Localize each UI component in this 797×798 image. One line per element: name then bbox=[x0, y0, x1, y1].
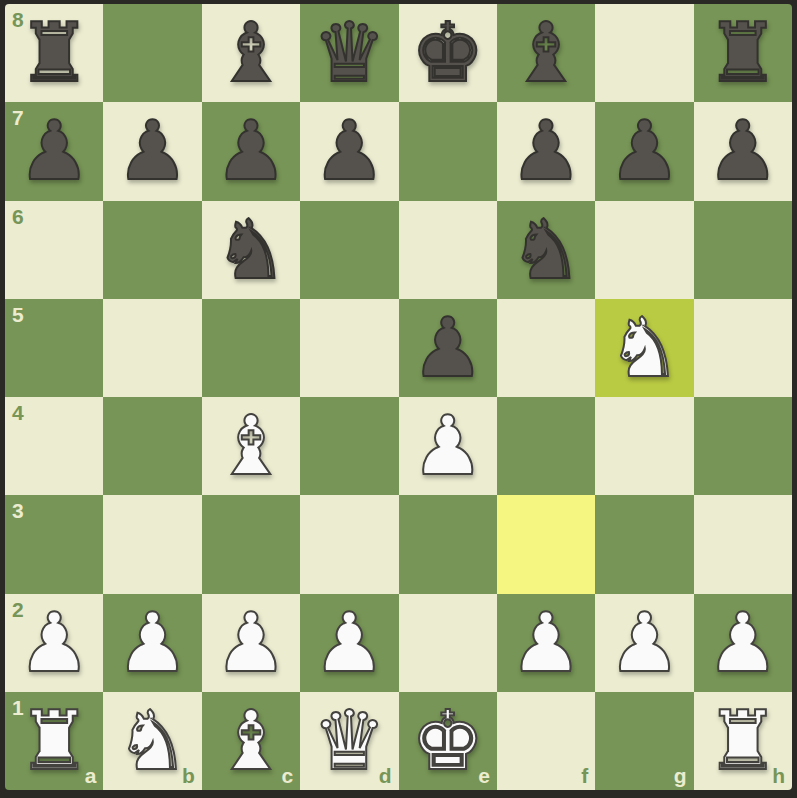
piece-black-pawn[interactable]: ♟ bbox=[313, 110, 387, 192]
square-f4[interactable] bbox=[497, 397, 595, 495]
piece-white-pawn[interactable]: ♟ bbox=[608, 602, 682, 684]
square-a2[interactable]: ♟2 bbox=[5, 594, 103, 692]
square-d3[interactable] bbox=[300, 495, 398, 593]
square-g4[interactable] bbox=[595, 397, 693, 495]
square-h3[interactable] bbox=[694, 495, 792, 593]
square-f6[interactable]: ♞ bbox=[497, 201, 595, 299]
piece-white-pawn[interactable]: ♟ bbox=[17, 602, 91, 684]
square-d7[interactable]: ♟ bbox=[300, 102, 398, 200]
square-d1[interactable]: ♛d bbox=[300, 692, 398, 790]
square-c1[interactable]: ♝c bbox=[202, 692, 300, 790]
file-label-g: g bbox=[674, 765, 687, 786]
piece-white-bishop[interactable]: ♝ bbox=[214, 405, 288, 487]
square-g8[interactable] bbox=[595, 4, 693, 102]
piece-white-rook[interactable]: ♜ bbox=[706, 700, 780, 782]
square-e1[interactable]: ♚e bbox=[399, 692, 497, 790]
square-e8[interactable]: ♚ bbox=[399, 4, 497, 102]
square-b1[interactable]: ♞b bbox=[103, 692, 201, 790]
square-c7[interactable]: ♟ bbox=[202, 102, 300, 200]
square-a1[interactable]: ♜1a bbox=[5, 692, 103, 790]
square-e3[interactable] bbox=[399, 495, 497, 593]
piece-white-pawn[interactable]: ♟ bbox=[116, 602, 190, 684]
square-h8[interactable]: ♜ bbox=[694, 4, 792, 102]
board: ♜8♝♛♚♝♜♟7♟♟♟♟♟♟6♞♞5♟♞4♝♟3♟2♟♟♟♟♟♟♜1a♞b♝c… bbox=[5, 4, 792, 790]
piece-white-pawn[interactable]: ♟ bbox=[411, 405, 485, 487]
piece-black-bishop[interactable]: ♝ bbox=[214, 12, 288, 94]
square-a3[interactable]: 3 bbox=[5, 495, 103, 593]
piece-white-knight[interactable]: ♞ bbox=[116, 700, 190, 782]
piece-black-pawn[interactable]: ♟ bbox=[608, 110, 682, 192]
square-b4[interactable] bbox=[103, 397, 201, 495]
piece-white-knight[interactable]: ♞ bbox=[608, 307, 682, 389]
square-e6[interactable] bbox=[399, 201, 497, 299]
square-c6[interactable]: ♞ bbox=[202, 201, 300, 299]
piece-black-king[interactable]: ♚ bbox=[411, 12, 485, 94]
square-b3[interactable] bbox=[103, 495, 201, 593]
piece-white-queen[interactable]: ♛ bbox=[313, 700, 387, 782]
piece-black-bishop[interactable]: ♝ bbox=[509, 12, 583, 94]
board-frame: ♜8♝♛♚♝♜♟7♟♟♟♟♟♟6♞♞5♟♞4♝♟3♟2♟♟♟♟♟♟♜1a♞b♝c… bbox=[0, 0, 797, 798]
square-g5[interactable]: ♞ bbox=[595, 299, 693, 397]
piece-black-rook[interactable]: ♜ bbox=[17, 12, 91, 94]
square-g3[interactable] bbox=[595, 495, 693, 593]
piece-white-rook[interactable]: ♜ bbox=[17, 700, 91, 782]
piece-black-pawn[interactable]: ♟ bbox=[706, 110, 780, 192]
square-h2[interactable]: ♟ bbox=[694, 594, 792, 692]
file-label-f: f bbox=[581, 765, 588, 786]
square-e2[interactable] bbox=[399, 594, 497, 692]
square-a8[interactable]: ♜8 bbox=[5, 4, 103, 102]
piece-black-pawn[interactable]: ♟ bbox=[509, 110, 583, 192]
square-c4[interactable]: ♝ bbox=[202, 397, 300, 495]
piece-black-pawn[interactable]: ♟ bbox=[214, 110, 288, 192]
square-f3[interactable] bbox=[497, 495, 595, 593]
square-e5[interactable]: ♟ bbox=[399, 299, 497, 397]
square-h5[interactable] bbox=[694, 299, 792, 397]
piece-black-pawn[interactable]: ♟ bbox=[17, 110, 91, 192]
piece-black-pawn[interactable]: ♟ bbox=[116, 110, 190, 192]
square-a6[interactable]: 6 bbox=[5, 201, 103, 299]
rank-label-3: 3 bbox=[12, 500, 24, 521]
piece-white-pawn[interactable]: ♟ bbox=[214, 602, 288, 684]
piece-black-queen[interactable]: ♛ bbox=[313, 12, 387, 94]
square-b8[interactable] bbox=[103, 4, 201, 102]
square-d5[interactable] bbox=[300, 299, 398, 397]
piece-black-rook[interactable]: ♜ bbox=[706, 12, 780, 94]
square-f7[interactable]: ♟ bbox=[497, 102, 595, 200]
square-b5[interactable] bbox=[103, 299, 201, 397]
square-g2[interactable]: ♟ bbox=[595, 594, 693, 692]
square-f8[interactable]: ♝ bbox=[497, 4, 595, 102]
piece-white-pawn[interactable]: ♟ bbox=[509, 602, 583, 684]
square-b6[interactable] bbox=[103, 201, 201, 299]
piece-black-knight[interactable]: ♞ bbox=[214, 209, 288, 291]
square-b2[interactable]: ♟ bbox=[103, 594, 201, 692]
square-g6[interactable] bbox=[595, 201, 693, 299]
rank-label-6: 6 bbox=[12, 206, 24, 227]
square-d4[interactable] bbox=[300, 397, 398, 495]
rank-label-5: 5 bbox=[12, 304, 24, 325]
square-d6[interactable] bbox=[300, 201, 398, 299]
piece-white-bishop[interactable]: ♝ bbox=[214, 700, 288, 782]
square-h7[interactable]: ♟ bbox=[694, 102, 792, 200]
square-c2[interactable]: ♟ bbox=[202, 594, 300, 692]
piece-white-pawn[interactable]: ♟ bbox=[706, 602, 780, 684]
square-f5[interactable] bbox=[497, 299, 595, 397]
square-b7[interactable]: ♟ bbox=[103, 102, 201, 200]
square-h1[interactable]: ♜h bbox=[694, 692, 792, 790]
square-f2[interactable]: ♟ bbox=[497, 594, 595, 692]
square-h4[interactable] bbox=[694, 397, 792, 495]
square-e7[interactable] bbox=[399, 102, 497, 200]
square-a4[interactable]: 4 bbox=[5, 397, 103, 495]
rank-label-4: 4 bbox=[12, 402, 24, 423]
square-e4[interactable]: ♟ bbox=[399, 397, 497, 495]
piece-white-pawn[interactable]: ♟ bbox=[313, 602, 387, 684]
square-a5[interactable]: 5 bbox=[5, 299, 103, 397]
square-g7[interactable]: ♟ bbox=[595, 102, 693, 200]
piece-black-knight[interactable]: ♞ bbox=[509, 209, 583, 291]
square-f1[interactable]: f bbox=[497, 692, 595, 790]
square-d8[interactable]: ♛ bbox=[300, 4, 398, 102]
square-c8[interactable]: ♝ bbox=[202, 4, 300, 102]
square-c5[interactable] bbox=[202, 299, 300, 397]
piece-black-pawn[interactable]: ♟ bbox=[411, 307, 485, 389]
square-c3[interactable] bbox=[202, 495, 300, 593]
square-h6[interactable] bbox=[694, 201, 792, 299]
piece-white-king[interactable]: ♚ bbox=[411, 700, 485, 782]
square-g1[interactable]: g bbox=[595, 692, 693, 790]
square-d2[interactable]: ♟ bbox=[300, 594, 398, 692]
square-a7[interactable]: ♟7 bbox=[5, 102, 103, 200]
